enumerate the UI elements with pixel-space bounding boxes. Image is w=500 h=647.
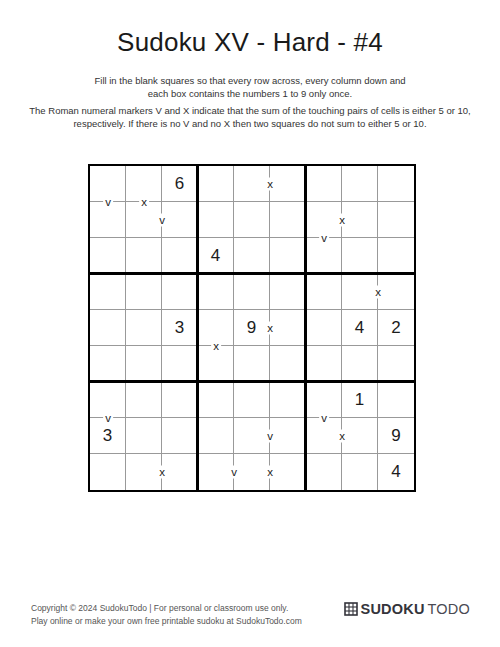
cell-r7c6[interactable] bbox=[270, 382, 306, 418]
xv-marker-v-v-r7c7: V bbox=[319, 412, 329, 425]
cell-r4c4[interactable] bbox=[198, 274, 234, 310]
sudokutodo-logo: SUDOKUTODO bbox=[344, 601, 470, 617]
cell-r4c7[interactable] bbox=[306, 274, 342, 310]
cell-r4c5[interactable] bbox=[234, 274, 270, 310]
cell-r4c3[interactable] bbox=[162, 274, 198, 310]
xv-marker-x-h-r4c8: X bbox=[373, 286, 383, 299]
cell-r3c5[interactable] bbox=[234, 238, 270, 274]
instructions-basic: Fill in the blank squares so that every … bbox=[0, 74, 500, 100]
xv-marker-x-v-r1c2: X bbox=[139, 196, 149, 209]
cell-r1c3[interactable]: 6 bbox=[162, 166, 198, 202]
cell-r6c5[interactable] bbox=[234, 346, 270, 382]
instructions-xv: The Roman numeral markers V and X indica… bbox=[0, 104, 500, 130]
sudoku-board: 6439421394 XVXXXVXXVXVXVXVV bbox=[88, 164, 416, 492]
page-title: Sudoku XV - Hard - #4 bbox=[0, 27, 500, 58]
cell-r5c2[interactable] bbox=[126, 310, 162, 346]
cell-r5c8[interactable]: 4 bbox=[342, 310, 378, 346]
cell-r2c5[interactable] bbox=[234, 202, 270, 238]
cell-r1c8[interactable] bbox=[342, 166, 378, 202]
cell-r6c8[interactable] bbox=[342, 346, 378, 382]
cell-r3c8[interactable] bbox=[342, 238, 378, 274]
xv-marker-v-h-r9c4: V bbox=[229, 466, 239, 479]
cell-r3c3[interactable] bbox=[162, 238, 198, 274]
cell-r8c3[interactable] bbox=[162, 418, 198, 454]
sudoku-grid: 6439421394 bbox=[90, 166, 414, 490]
footer-copyright: Copyright © 2024 SudokuTodo | For person… bbox=[31, 602, 302, 627]
cell-r6c2[interactable] bbox=[126, 346, 162, 382]
cell-r9c7[interactable] bbox=[306, 454, 342, 490]
cell-r5c6[interactable] bbox=[270, 310, 306, 346]
xv-marker-x-h-r9c2: X bbox=[157, 466, 167, 479]
cell-r6c1[interactable] bbox=[90, 346, 126, 382]
cell-r9c3[interactable] bbox=[162, 454, 198, 490]
cell-r6c9[interactable] bbox=[378, 346, 414, 382]
cell-r4c2[interactable] bbox=[126, 274, 162, 310]
cell-r5c3[interactable]: 3 bbox=[162, 310, 198, 346]
cell-r8c6[interactable] bbox=[270, 418, 306, 454]
cell-r2c4[interactable] bbox=[198, 202, 234, 238]
cell-r3c2[interactable] bbox=[126, 238, 162, 274]
cell-r1c9[interactable] bbox=[378, 166, 414, 202]
xv-marker-v-h-r2c2: V bbox=[157, 214, 167, 227]
cell-r5c1[interactable] bbox=[90, 310, 126, 346]
cell-r5c9[interactable]: 2 bbox=[378, 310, 414, 346]
cell-r7c3[interactable] bbox=[162, 382, 198, 418]
cell-r9c6[interactable] bbox=[270, 454, 306, 490]
cell-r4c9[interactable] bbox=[378, 274, 414, 310]
cell-r3c1[interactable] bbox=[90, 238, 126, 274]
cell-r6c6[interactable] bbox=[270, 346, 306, 382]
cell-r4c6[interactable] bbox=[270, 274, 306, 310]
cell-r3c9[interactable] bbox=[378, 238, 414, 274]
cell-r5c7[interactable] bbox=[306, 310, 342, 346]
cell-r6c3[interactable] bbox=[162, 346, 198, 382]
cell-r9c1[interactable] bbox=[90, 454, 126, 490]
cell-r6c7[interactable] bbox=[306, 346, 342, 382]
cell-r2c9[interactable] bbox=[378, 202, 414, 238]
cell-r7c9[interactable] bbox=[378, 382, 414, 418]
cell-r9c9[interactable]: 4 bbox=[378, 454, 414, 490]
xv-marker-x-h-r8c7: X bbox=[337, 430, 347, 443]
cell-r4c1[interactable] bbox=[90, 274, 126, 310]
xv-marker-v-v-r2c7: V bbox=[319, 232, 329, 245]
cell-r2c3[interactable] bbox=[162, 202, 198, 238]
xv-marker-x-h-r9c5: X bbox=[265, 466, 275, 479]
cell-r9c8[interactable] bbox=[342, 454, 378, 490]
xv-marker-x-h-r1c5: X bbox=[265, 178, 275, 191]
cell-r3c6[interactable] bbox=[270, 238, 306, 274]
logo-text-todo: TODO bbox=[428, 601, 470, 617]
cell-r7c8[interactable]: 1 bbox=[342, 382, 378, 418]
cell-r7c4[interactable] bbox=[198, 382, 234, 418]
cell-r1c7[interactable] bbox=[306, 166, 342, 202]
cell-r8c9[interactable]: 9 bbox=[378, 418, 414, 454]
logo-text-sudoku: SUDOKU bbox=[361, 601, 425, 617]
cell-r2c6[interactable] bbox=[270, 202, 306, 238]
cell-r7c5[interactable] bbox=[234, 382, 270, 418]
cell-r1c4[interactable] bbox=[198, 166, 234, 202]
cell-r3c4[interactable]: 4 bbox=[198, 238, 234, 274]
cell-r8c2[interactable] bbox=[126, 418, 162, 454]
cell-r8c4[interactable] bbox=[198, 418, 234, 454]
cell-r1c6[interactable] bbox=[270, 166, 306, 202]
xv-marker-v-h-r8c5: V bbox=[265, 430, 275, 443]
xv-marker-x-h-r2c7: X bbox=[337, 214, 347, 227]
cell-r7c2[interactable] bbox=[126, 382, 162, 418]
xv-marker-x-v-r5c4: X bbox=[211, 340, 221, 353]
xv-marker-v-v-r1c1: V bbox=[103, 196, 113, 209]
xv-marker-x-h-r5c5: X bbox=[265, 322, 275, 335]
xv-marker-v-v-r7c1: V bbox=[103, 412, 113, 425]
cell-r8c8[interactable] bbox=[342, 418, 378, 454]
cell-r2c8[interactable] bbox=[342, 202, 378, 238]
sudoku-grid-icon bbox=[344, 602, 358, 616]
